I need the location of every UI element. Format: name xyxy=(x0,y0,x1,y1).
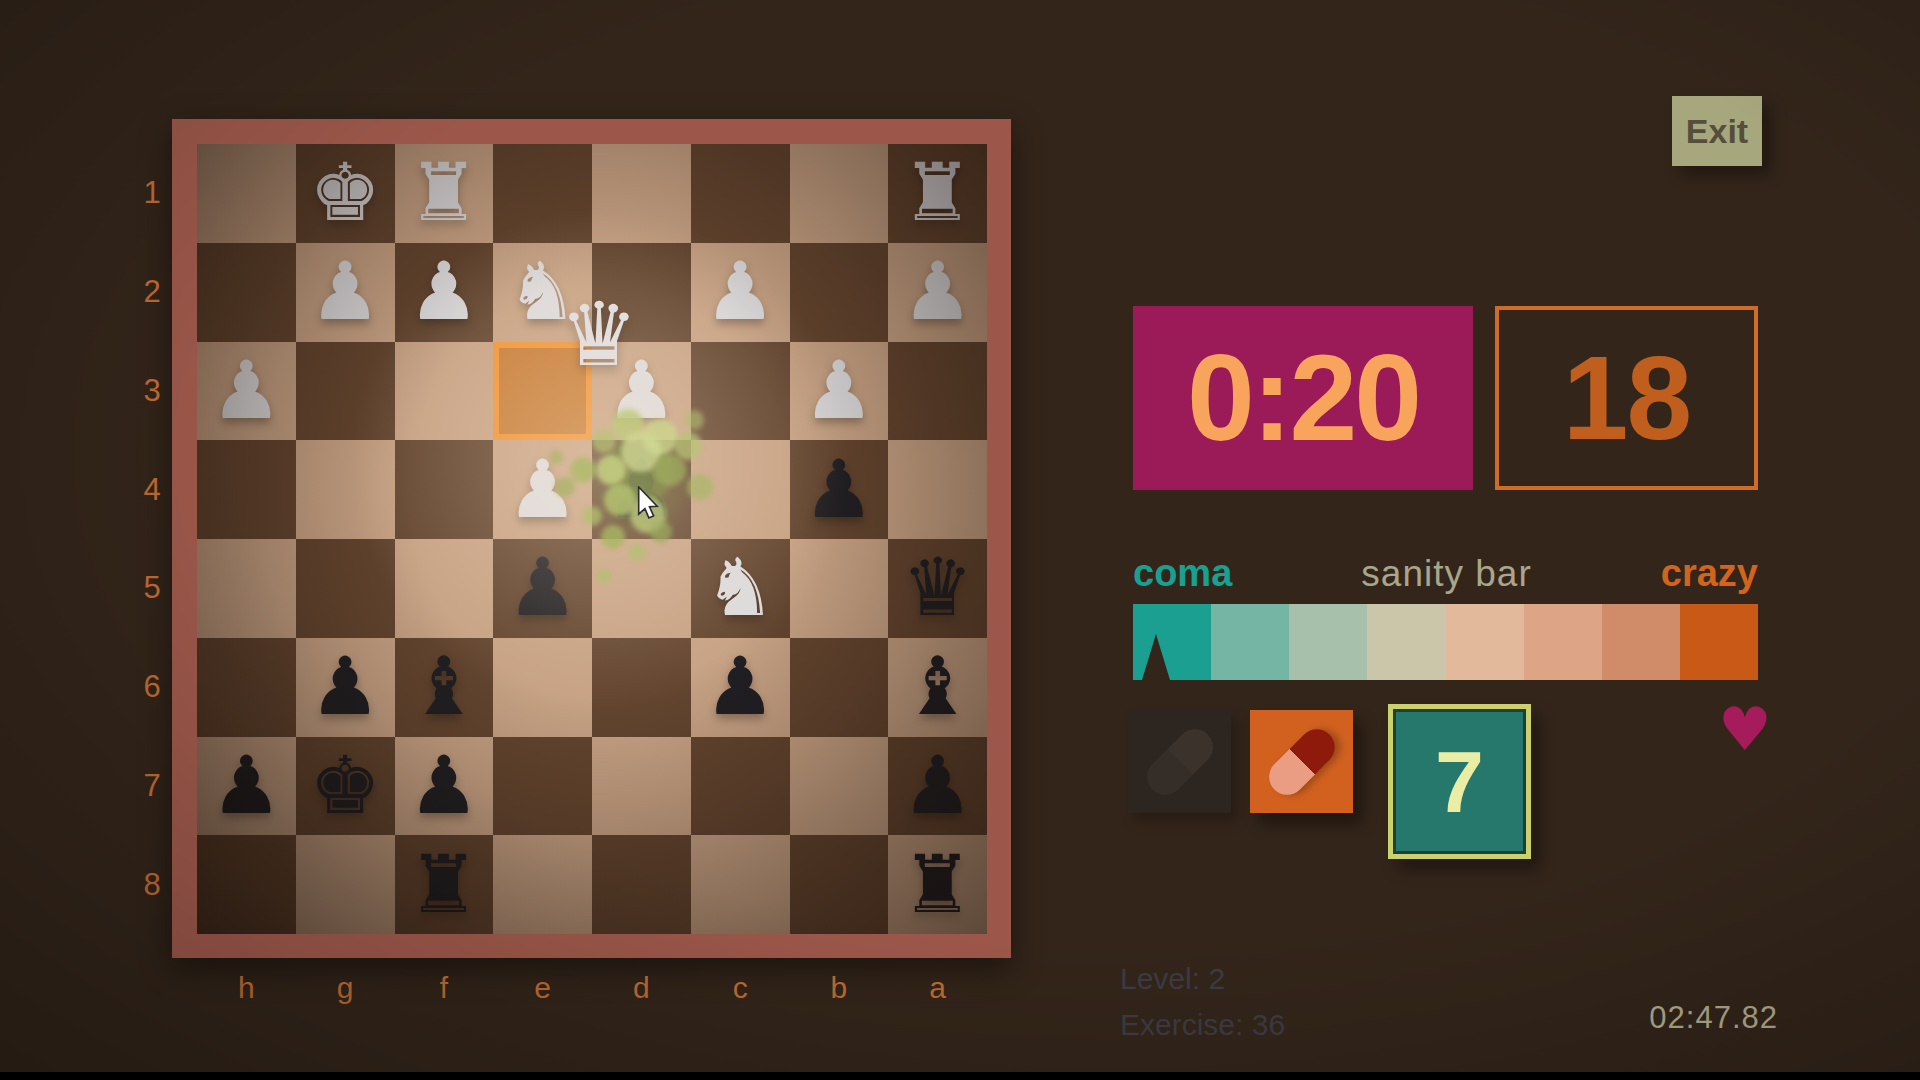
exit-button[interactable]: Exit xyxy=(1672,96,1762,166)
sanity-segment-5 xyxy=(1446,604,1524,680)
piece-white-pawn: ♟ xyxy=(803,351,875,431)
piece-white-pawn: ♟ xyxy=(309,252,381,332)
square-h6[interactable] xyxy=(197,638,296,737)
chess-board[interactable]: ♚♜♜♟♟♞♟♟♟♟♟♟♟♟♟♞♛♟♝♟♝♟♚♟♟♜♜ xyxy=(197,144,987,934)
rank-label-3: 3 xyxy=(126,342,178,441)
level-label: Level: 2 xyxy=(1120,956,1285,1002)
piece-black-pawn: ♟ xyxy=(211,746,283,826)
square-c1[interactable] xyxy=(691,144,790,243)
square-e8[interactable] xyxy=(493,835,592,934)
piece-white-pawn: ♟ xyxy=(902,252,974,332)
square-b8[interactable] xyxy=(790,835,889,934)
square-h2[interactable] xyxy=(197,243,296,342)
square-a6[interactable]: ♝ xyxy=(888,638,987,737)
rank-label-1: 1 xyxy=(126,144,178,243)
piece-white-pawn: ♟ xyxy=(408,252,480,332)
square-f5[interactable] xyxy=(395,539,494,638)
square-g8[interactable] xyxy=(296,835,395,934)
square-e4[interactable]: ♟ xyxy=(493,440,592,539)
file-label-f: f xyxy=(395,966,494,1010)
sanity-segment-8 xyxy=(1680,604,1758,680)
square-e5[interactable]: ♟ xyxy=(493,539,592,638)
square-a7[interactable]: ♟ xyxy=(888,737,987,836)
square-b3[interactable]: ♟ xyxy=(790,342,889,441)
session-timer: 02:47.82 xyxy=(1649,1000,1778,1036)
heart-icon: ♥ xyxy=(1710,694,1780,764)
square-h5[interactable] xyxy=(197,539,296,638)
sanity-bar xyxy=(1133,604,1758,680)
move-timer-box: 0:20 xyxy=(1133,306,1473,490)
square-b5[interactable] xyxy=(790,539,889,638)
exercise-label: Exercise: 36 xyxy=(1120,1002,1285,1048)
square-c6[interactable]: ♟ xyxy=(691,638,790,737)
square-f7[interactable]: ♟ xyxy=(395,737,494,836)
square-c7[interactable] xyxy=(691,737,790,836)
square-e1[interactable] xyxy=(493,144,592,243)
pill-slot-used xyxy=(1128,710,1231,813)
square-a8[interactable]: ♜ xyxy=(888,835,987,934)
game-screen: 12345678 hgfedcba ♚♜♜♟♟♞♟♟♟♟♟♟♟♟♟♞♛♟♝♟♝♟… xyxy=(0,0,1920,1080)
pill-count-box: 7 xyxy=(1388,704,1531,859)
sanity-segment-3 xyxy=(1289,604,1367,680)
piece-white-queen-floating: ♛ xyxy=(550,285,648,383)
score-counter-value: 18 xyxy=(1563,330,1690,466)
mouse-cursor-icon xyxy=(637,486,659,520)
rank-label-4: 4 xyxy=(126,440,178,539)
square-f8[interactable]: ♜ xyxy=(395,835,494,934)
rank-label-2: 2 xyxy=(126,243,178,342)
square-c8[interactable] xyxy=(691,835,790,934)
square-c4[interactable] xyxy=(691,440,790,539)
score-counter-box: 18 xyxy=(1495,306,1758,490)
exit-button-label: Exit xyxy=(1686,112,1748,151)
square-c5[interactable]: ♞ xyxy=(691,539,790,638)
square-h1[interactable] xyxy=(197,144,296,243)
square-b4[interactable]: ♟ xyxy=(790,440,889,539)
square-f4[interactable] xyxy=(395,440,494,539)
square-e6[interactable] xyxy=(493,638,592,737)
pill-icon xyxy=(1261,721,1342,802)
file-label-h: h xyxy=(197,966,296,1010)
sanity-segment-2 xyxy=(1211,604,1289,680)
file-label-d: d xyxy=(592,966,691,1010)
piece-white-pawn: ♟ xyxy=(211,351,283,431)
square-h7[interactable]: ♟ xyxy=(197,737,296,836)
square-g5[interactable] xyxy=(296,539,395,638)
piece-white-pawn: ♟ xyxy=(507,450,579,530)
rank-label-6: 6 xyxy=(126,638,178,737)
piece-black-rook: ♜ xyxy=(408,845,480,925)
sanity-bar-labels: coma sanity bar crazy xyxy=(1133,552,1758,596)
square-f6[interactable]: ♝ xyxy=(395,638,494,737)
square-g1[interactable]: ♚ xyxy=(296,144,395,243)
square-c2[interactable]: ♟ xyxy=(691,243,790,342)
move-timer-value: 0:20 xyxy=(1187,328,1419,468)
piece-white-knight: ♞ xyxy=(704,548,776,628)
file-label-g: g xyxy=(296,966,395,1010)
square-h4[interactable] xyxy=(197,440,296,539)
square-g4[interactable] xyxy=(296,440,395,539)
piece-black-queen: ♛ xyxy=(902,548,974,628)
square-a3[interactable] xyxy=(888,342,987,441)
piece-black-pawn: ♟ xyxy=(408,746,480,826)
square-b6[interactable] xyxy=(790,638,889,737)
sanity-marker-notch xyxy=(1142,634,1170,680)
piece-black-bishop: ♝ xyxy=(408,647,480,727)
piece-white-rook: ♜ xyxy=(902,153,974,233)
piece-black-pawn: ♟ xyxy=(704,647,776,727)
level-info: Level: 2 Exercise: 36 xyxy=(1120,956,1285,1048)
bottom-black-strip xyxy=(0,1072,1920,1080)
sanity-segment-6 xyxy=(1524,604,1602,680)
sanity-bar-title: sanity bar xyxy=(1361,553,1531,595)
square-h8[interactable] xyxy=(197,835,296,934)
square-c3[interactable] xyxy=(691,342,790,441)
square-d6[interactable] xyxy=(592,638,691,737)
square-a5[interactable]: ♛ xyxy=(888,539,987,638)
square-b1[interactable] xyxy=(790,144,889,243)
rank-label-8: 8 xyxy=(126,835,178,934)
square-a1[interactable]: ♜ xyxy=(888,144,987,243)
rank-label-7: 7 xyxy=(126,737,178,836)
square-d7[interactable] xyxy=(592,737,691,836)
square-a2[interactable]: ♟ xyxy=(888,243,987,342)
file-label-a: a xyxy=(888,966,987,1010)
piece-black-rook: ♜ xyxy=(902,845,974,925)
piece-black-pawn: ♟ xyxy=(902,746,974,826)
square-g2[interactable]: ♟ xyxy=(296,243,395,342)
square-a4[interactable] xyxy=(888,440,987,539)
square-f2[interactable]: ♟ xyxy=(395,243,494,342)
sanity-segment-7 xyxy=(1602,604,1680,680)
square-d5[interactable] xyxy=(592,539,691,638)
square-b7[interactable] xyxy=(790,737,889,836)
square-g3[interactable] xyxy=(296,342,395,441)
square-g7[interactable]: ♚ xyxy=(296,737,395,836)
file-label-c: c xyxy=(691,966,790,1010)
square-h3[interactable]: ♟ xyxy=(197,342,296,441)
piece-black-bishop: ♝ xyxy=(902,647,974,727)
sanity-segment-4 xyxy=(1367,604,1445,680)
sanity-label-crazy: crazy xyxy=(1661,552,1758,595)
square-g6[interactable]: ♟ xyxy=(296,638,395,737)
square-f1[interactable]: ♜ xyxy=(395,144,494,243)
piece-white-pawn: ♟ xyxy=(704,252,776,332)
piece-white-rook: ♜ xyxy=(408,153,480,233)
file-label-e: e xyxy=(493,966,592,1010)
rank-labels: 12345678 xyxy=(126,144,178,934)
piece-white-king: ♚ xyxy=(309,153,381,233)
square-f3[interactable] xyxy=(395,342,494,441)
piece-black-pawn: ♟ xyxy=(309,647,381,727)
square-d8[interactable] xyxy=(592,835,691,934)
pill-button[interactable] xyxy=(1250,710,1353,813)
sanity-label-coma: coma xyxy=(1133,552,1232,595)
file-labels: hgfedcba xyxy=(197,966,987,1010)
square-e7[interactable] xyxy=(493,737,592,836)
file-label-b: b xyxy=(790,966,889,1010)
piece-black-king: ♚ xyxy=(309,746,381,826)
pill-count-value: 7 xyxy=(1435,731,1484,833)
square-b2[interactable] xyxy=(790,243,889,342)
square-d1[interactable] xyxy=(592,144,691,243)
piece-black-pawn: ♟ xyxy=(803,450,875,530)
pill-icon-disabled xyxy=(1139,721,1220,802)
rank-label-5: 5 xyxy=(126,539,178,638)
piece-black-pawn: ♟ xyxy=(507,548,579,628)
